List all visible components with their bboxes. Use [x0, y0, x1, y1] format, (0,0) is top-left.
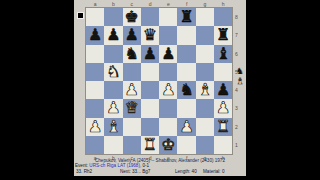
square-g1 — [196, 136, 214, 154]
square-b1 — [104, 136, 122, 154]
black-rook-piece: ♜ — [177, 8, 195, 26]
square-e7 — [159, 26, 177, 44]
file-label-h: h — [214, 155, 232, 161]
material-balance-text: Material: 0 — [203, 169, 224, 174]
white-knight-piece: ♞ — [104, 63, 122, 81]
file-label-d: d — [141, 1, 159, 7]
white-queen-piece: ♛ — [123, 99, 141, 117]
black-rook-piece: ♜ — [214, 26, 232, 44]
square-c5 — [123, 63, 141, 81]
square-d3 — [141, 99, 159, 117]
square-h6: ♝ — [214, 45, 232, 63]
square-b6 — [104, 45, 122, 63]
square-h8 — [214, 8, 232, 26]
rank-label-8: 8 — [234, 8, 241, 26]
material-tray: ♞ ♝ — [234, 66, 246, 86]
square-h1 — [214, 136, 232, 154]
square-b7: ♟ — [104, 26, 122, 44]
square-g7 — [196, 26, 214, 44]
square-a2: ♟ — [86, 118, 104, 136]
file-labels-top: abcdefgh — [86, 1, 232, 7]
square-d2 — [141, 118, 159, 136]
event-link[interactable]: URS-ch Riga LAT (1968), — [89, 163, 141, 168]
black-pawn-piece: ♟ — [141, 45, 159, 63]
square-f5 — [177, 63, 195, 81]
square-f4: ♞ — [177, 81, 195, 99]
black-bishop-piece: ♝ — [214, 45, 232, 63]
white-pawn-piece: ♟ — [159, 81, 177, 99]
next-move-text: Next: 33... Bg7 — [120, 169, 150, 174]
square-a8 — [86, 8, 104, 26]
square-f7 — [177, 26, 195, 44]
white-bishop-piece: ♝ — [104, 118, 122, 136]
event-result: 0-1 — [143, 163, 150, 168]
square-d8 — [141, 8, 159, 26]
file-label-b: b — [104, 155, 122, 161]
file-label-g: g — [196, 155, 214, 161]
white-bishop-piece: ♝ — [196, 81, 214, 99]
square-e8 — [159, 8, 177, 26]
square-e3 — [159, 99, 177, 117]
square-b5: ♞ — [104, 63, 122, 81]
square-f6 — [177, 45, 195, 63]
square-d5 — [141, 63, 159, 81]
square-g3 — [196, 99, 214, 117]
black-knight-tray-icon: ♞ — [234, 66, 246, 76]
rank-label-7: 7 — [234, 26, 241, 44]
square-c8: ♚ — [123, 8, 141, 26]
black-pawn-piece: ♟ — [123, 26, 141, 44]
square-b2: ♝ — [104, 118, 122, 136]
square-d7: ♛ — [141, 26, 159, 44]
white-bishop-tray-icon: ♝ — [234, 76, 246, 86]
file-label-e: e — [159, 155, 177, 161]
square-h4: ♟ — [214, 81, 232, 99]
rank-label-3: 3 — [234, 99, 241, 117]
black-pawn-piece: ♟ — [214, 81, 232, 99]
square-h3: ♟ — [214, 99, 232, 117]
square-e6: ♟ — [159, 45, 177, 63]
rank-label-2: 2 — [234, 118, 241, 136]
square-c2 — [123, 118, 141, 136]
white-pawn-piece: ♟ — [104, 99, 122, 117]
file-label-b: b — [104, 1, 122, 7]
white-pawn-piece: ♟ — [86, 118, 104, 136]
square-e1: ♚ — [159, 136, 177, 154]
white-rook-piece: ♜ — [214, 118, 232, 136]
black-pawn-piece: ♟ — [104, 26, 122, 44]
square-h5 — [214, 63, 232, 81]
file-label-c: c — [123, 155, 141, 161]
square-b8 — [104, 8, 122, 26]
square-a6 — [86, 45, 104, 63]
square-d4 — [141, 81, 159, 99]
black-knight-piece: ♞ — [177, 81, 195, 99]
square-d1: ♜ — [141, 136, 159, 154]
white-pawn-piece: ♟ — [123, 81, 141, 99]
square-d6: ♟ — [141, 45, 159, 63]
square-b4 — [104, 81, 122, 99]
square-f2: ♟ — [177, 118, 195, 136]
file-label-a: a — [86, 1, 104, 7]
square-a3 — [86, 99, 104, 117]
square-g4: ♝ — [196, 81, 214, 99]
file-label-h: h — [214, 1, 232, 7]
square-f8: ♜ — [177, 8, 195, 26]
square-g2 — [196, 118, 214, 136]
square-e2 — [159, 118, 177, 136]
square-f1 — [177, 136, 195, 154]
white-pawn-piece: ♟ — [214, 99, 232, 117]
white-rook-piece: ♜ — [141, 136, 159, 154]
file-label-f: f — [177, 155, 195, 161]
event-line: Event: URS-ch Riga LAT (1968), 0-1 — [75, 163, 149, 168]
square-c4: ♟ — [123, 81, 141, 99]
square-a5 — [86, 63, 104, 81]
square-c7: ♟ — [123, 26, 141, 44]
black-pawn-piece: ♟ — [86, 26, 104, 44]
file-label-a: a — [86, 155, 104, 161]
square-e5 — [159, 63, 177, 81]
square-a4 — [86, 81, 104, 99]
rank-label-1: 1 — [234, 136, 241, 154]
chess-panel: abcdefgh ♚♜♟♟♟♛♜♞♟♟♝♞♟♟♞♝♟♟♛♟♟♝♟♜♜♚ abcd… — [74, 0, 246, 176]
black-pawn-piece: ♟ — [159, 45, 177, 63]
last-move-text: 33. Rh2 — [76, 169, 92, 174]
black-knight-piece: ♞ — [123, 45, 141, 63]
file-label-d: d — [141, 155, 159, 161]
square-a1 — [86, 136, 104, 154]
rank-label-6: 6 — [234, 45, 241, 63]
square-h7: ♜ — [214, 26, 232, 44]
square-c6: ♞ — [123, 45, 141, 63]
black-queen-piece: ♛ — [141, 26, 159, 44]
square-b3: ♟ — [104, 99, 122, 117]
square-g8 — [196, 8, 214, 26]
white-pawn-piece: ♟ — [177, 118, 195, 136]
square-h2: ♜ — [214, 118, 232, 136]
side-to-move-indicator — [78, 13, 83, 18]
square-e4: ♟ — [159, 81, 177, 99]
square-c1 — [123, 136, 141, 154]
event-label: Event: — [75, 163, 88, 168]
square-f3 — [177, 99, 195, 117]
chess-board: ♚♜♟♟♟♛♜♞♟♟♝♞♟♟♞♝♟♟♛♟♟♝♟♜♜♚ — [86, 8, 232, 154]
file-label-g: g — [196, 1, 214, 7]
square-a7: ♟ — [86, 26, 104, 44]
square-g5 — [196, 63, 214, 81]
white-king-piece: ♚ — [159, 136, 177, 154]
file-labels-bottom: abcdefgh — [86, 155, 232, 161]
game-length-text: Length: 40 — [175, 169, 197, 174]
square-g6 — [196, 45, 214, 63]
black-king-piece: ♚ — [123, 8, 141, 26]
file-label-e: e — [159, 1, 177, 7]
square-c3: ♛ — [123, 99, 141, 117]
